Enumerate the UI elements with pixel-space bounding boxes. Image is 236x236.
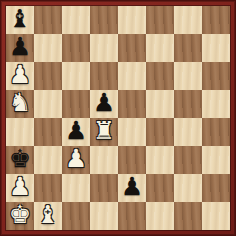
white-knight-piece[interactable]: ♞ — [9, 90, 31, 117]
square-f7[interactable] — [146, 34, 174, 62]
white-king-piece[interactable]: ♚ — [9, 202, 31, 229]
white-bishop-piece[interactable]: ♝ — [37, 202, 59, 229]
square-b5[interactable] — [34, 90, 62, 118]
black-pawn-piece[interactable]: ♟ — [93, 90, 115, 117]
square-c3[interactable]: ♟ — [62, 146, 90, 174]
square-b1[interactable]: ♝ — [34, 202, 62, 230]
square-g6[interactable] — [174, 62, 202, 90]
black-bishop-piece[interactable]: ♝ — [9, 6, 31, 33]
square-c7[interactable] — [62, 34, 90, 62]
square-g1[interactable] — [174, 202, 202, 230]
square-f8[interactable] — [146, 6, 174, 34]
square-e3[interactable] — [118, 146, 146, 174]
square-h6[interactable] — [202, 62, 230, 90]
square-d7[interactable] — [90, 34, 118, 62]
white-pawn-piece[interactable]: ♟ — [65, 146, 87, 173]
square-a1[interactable]: ♚ — [6, 202, 34, 230]
square-d1[interactable] — [90, 202, 118, 230]
square-d4[interactable]: ♜ — [90, 118, 118, 146]
square-d3[interactable] — [90, 146, 118, 174]
square-c4[interactable]: ♟ — [62, 118, 90, 146]
square-h4[interactable] — [202, 118, 230, 146]
square-h8[interactable] — [202, 6, 230, 34]
square-b4[interactable] — [34, 118, 62, 146]
square-b2[interactable] — [34, 174, 62, 202]
square-f2[interactable] — [146, 174, 174, 202]
square-h2[interactable] — [202, 174, 230, 202]
square-a7[interactable]: ♟ — [6, 34, 34, 62]
square-h5[interactable] — [202, 90, 230, 118]
black-king-piece[interactable]: ♚ — [9, 146, 31, 173]
board-frame: ♝♟♟♞♟♟♜♚♟♟♟♚♝ — [0, 0, 236, 236]
square-e6[interactable] — [118, 62, 146, 90]
square-e4[interactable] — [118, 118, 146, 146]
square-d5[interactable]: ♟ — [90, 90, 118, 118]
square-a6[interactable]: ♟ — [6, 62, 34, 90]
square-g4[interactable] — [174, 118, 202, 146]
black-pawn-piece[interactable]: ♟ — [121, 174, 143, 201]
square-b3[interactable] — [34, 146, 62, 174]
square-c5[interactable] — [62, 90, 90, 118]
square-a2[interactable]: ♟ — [6, 174, 34, 202]
square-c6[interactable] — [62, 62, 90, 90]
square-d2[interactable] — [90, 174, 118, 202]
square-c1[interactable] — [62, 202, 90, 230]
square-h3[interactable] — [202, 146, 230, 174]
square-a3[interactable]: ♚ — [6, 146, 34, 174]
chess-board: ♝♟♟♞♟♟♜♚♟♟♟♚♝ — [6, 6, 230, 230]
square-c8[interactable] — [62, 6, 90, 34]
square-b7[interactable] — [34, 34, 62, 62]
square-f5[interactable] — [146, 90, 174, 118]
square-e1[interactable] — [118, 202, 146, 230]
square-d6[interactable] — [90, 62, 118, 90]
square-g7[interactable] — [174, 34, 202, 62]
square-f3[interactable] — [146, 146, 174, 174]
black-pawn-piece[interactable]: ♟ — [65, 118, 87, 145]
square-f4[interactable] — [146, 118, 174, 146]
square-h1[interactable] — [202, 202, 230, 230]
square-h7[interactable] — [202, 34, 230, 62]
square-g3[interactable] — [174, 146, 202, 174]
white-pawn-piece[interactable]: ♟ — [9, 174, 31, 201]
square-a5[interactable]: ♞ — [6, 90, 34, 118]
square-a4[interactable] — [6, 118, 34, 146]
square-e8[interactable] — [118, 6, 146, 34]
square-e7[interactable] — [118, 34, 146, 62]
square-g8[interactable] — [174, 6, 202, 34]
square-b8[interactable] — [34, 6, 62, 34]
square-c2[interactable] — [62, 174, 90, 202]
black-pawn-piece[interactable]: ♟ — [9, 34, 31, 61]
square-e2[interactable]: ♟ — [118, 174, 146, 202]
white-pawn-piece[interactable]: ♟ — [9, 62, 31, 89]
square-f1[interactable] — [146, 202, 174, 230]
square-f6[interactable] — [146, 62, 174, 90]
white-rook-piece[interactable]: ♜ — [93, 118, 115, 145]
square-g5[interactable] — [174, 90, 202, 118]
square-a8[interactable]: ♝ — [6, 6, 34, 34]
square-e5[interactable] — [118, 90, 146, 118]
square-d8[interactable] — [90, 6, 118, 34]
square-b6[interactable] — [34, 62, 62, 90]
square-g2[interactable] — [174, 174, 202, 202]
